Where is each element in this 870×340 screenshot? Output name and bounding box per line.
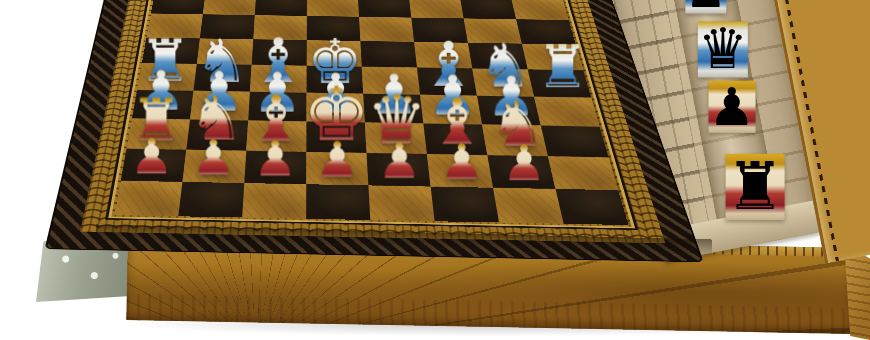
chess-set-photo: ♟♛♟♜ ♜♞♝♚♝♞♜♟♟♟♟♟♟♟♜♞♝♚♛♝♞♟♟♟♟♟♟♟ bbox=[0, 0, 870, 340]
piece-white-pawn[interactable]: ♟ bbox=[130, 132, 174, 181]
piece-white-pawn[interactable]: ♟ bbox=[502, 139, 546, 188]
square-g2[interactable]: ♟ bbox=[487, 155, 555, 189]
square-h3[interactable] bbox=[541, 126, 609, 158]
square-d2[interactable]: ♟ bbox=[306, 152, 368, 186]
board-grid: ♜♞♝♚♝♞♜♟♟♟♟♟♟♟♜♞♝♚♛♝♞♟♟♟♟♟♟♟ bbox=[115, 0, 629, 225]
square-e8[interactable] bbox=[358, 0, 412, 18]
square-f8[interactable] bbox=[409, 0, 464, 18]
piece-white-pawn[interactable]: ♟ bbox=[253, 134, 297, 183]
piece-white-pawn[interactable]: ♟ bbox=[192, 133, 236, 182]
square-c2[interactable]: ♟ bbox=[244, 151, 306, 184]
tray-piece-white-pawn[interactable]: ♟ bbox=[709, 81, 756, 133]
square-h1[interactable] bbox=[556, 189, 629, 225]
square-e7[interactable] bbox=[359, 17, 414, 42]
square-b2[interactable]: ♟ bbox=[182, 150, 246, 183]
square-d8[interactable] bbox=[307, 0, 359, 17]
piece-white-pawn[interactable]: ♟ bbox=[315, 135, 359, 184]
tray-piece-blue-queen[interactable]: ♛ bbox=[698, 21, 748, 77]
square-b8[interactable] bbox=[203, 0, 256, 15]
piece-white-pawn[interactable]: ♟ bbox=[378, 136, 422, 185]
square-g8[interactable] bbox=[460, 0, 516, 19]
tray-piece-white-rook[interactable]: ♜ bbox=[726, 154, 785, 220]
square-c8[interactable] bbox=[255, 0, 307, 16]
square-h8[interactable] bbox=[511, 0, 569, 20]
square-a2[interactable]: ♟ bbox=[121, 149, 187, 182]
chess-board: ♜♞♝♚♝♞♜♟♟♟♟♟♟♟♜♞♝♚♛♝♞♟♟♟♟♟♟♟ bbox=[47, 0, 702, 261]
square-e2[interactable]: ♟ bbox=[367, 153, 431, 187]
square-b1[interactable] bbox=[178, 182, 244, 218]
square-a8[interactable] bbox=[151, 0, 206, 14]
piece-white-pawn[interactable]: ♟ bbox=[440, 138, 484, 187]
tray-piece-blue-pawn[interactable]: ♟ bbox=[685, 0, 726, 14]
